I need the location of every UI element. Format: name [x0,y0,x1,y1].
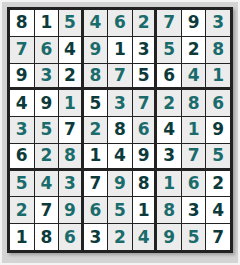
cell-r1c7[interactable]: 7 [157,10,181,36]
cell-r9c3[interactable]: 6 [59,224,83,250]
cell-r5c4[interactable]: 2 [84,117,108,143]
cell-r8c6[interactable]: 1 [133,197,157,223]
cell-r2c1[interactable]: 7 [10,37,34,63]
cell-r8c3[interactable]: 9 [59,197,83,223]
cell-r1c2[interactable]: 1 [35,10,59,36]
cell-r9c1[interactable]: 1 [10,224,34,250]
page-background: 8154627937649135289328756414915372863572… [0,0,240,265]
cell-r9c7[interactable]: 9 [157,224,181,250]
cell-r5c6[interactable]: 6 [133,117,157,143]
cell-r3c4[interactable]: 8 [84,64,108,90]
cell-r2c5[interactable]: 1 [108,37,132,63]
cell-r6c1[interactable]: 6 [10,144,34,170]
cell-r7c2[interactable]: 4 [35,171,59,197]
cell-r1c5[interactable]: 6 [108,10,132,36]
cell-r9c9[interactable]: 7 [206,224,230,250]
cell-r2c7[interactable]: 5 [157,37,181,63]
cell-r3c5[interactable]: 7 [108,64,132,90]
cell-r3c7[interactable]: 6 [157,64,181,90]
cell-r8c2[interactable]: 7 [35,197,59,223]
cell-r4c3[interactable]: 1 [59,90,83,116]
cell-r4c2[interactable]: 9 [35,90,59,116]
cell-r3c8[interactable]: 4 [182,64,206,90]
cell-r1c4[interactable]: 4 [84,10,108,36]
cell-r8c9[interactable]: 4 [206,197,230,223]
cell-r7c8[interactable]: 6 [182,171,206,197]
cell-r6c4[interactable]: 1 [84,144,108,170]
cell-r6c7[interactable]: 3 [157,144,181,170]
cell-r5c5[interactable]: 8 [108,117,132,143]
cell-r2c8[interactable]: 2 [182,37,206,63]
cell-r7c5[interactable]: 9 [108,171,132,197]
cell-r6c9[interactable]: 5 [206,144,230,170]
cell-r4c7[interactable]: 2 [157,90,181,116]
cell-r8c5[interactable]: 5 [108,197,132,223]
cell-r2c4[interactable]: 9 [84,37,108,63]
cell-r3c3[interactable]: 2 [59,64,83,90]
cell-r3c2[interactable]: 3 [35,64,59,90]
sudoku-board: 8154627937649135289328756414915372863572… [7,7,233,253]
cell-r9c6[interactable]: 4 [133,224,157,250]
cell-r9c4[interactable]: 3 [84,224,108,250]
cell-r1c1[interactable]: 8 [10,10,34,36]
cell-r5c7[interactable]: 4 [157,117,181,143]
cell-r4c5[interactable]: 3 [108,90,132,116]
cell-r9c5[interactable]: 2 [108,224,132,250]
cell-r2c3[interactable]: 4 [59,37,83,63]
cell-r4c9[interactable]: 6 [206,90,230,116]
cell-r5c2[interactable]: 5 [35,117,59,143]
cell-r5c9[interactable]: 9 [206,117,230,143]
cell-r5c1[interactable]: 3 [10,117,34,143]
cell-r9c2[interactable]: 8 [35,224,59,250]
cell-r9c8[interactable]: 5 [182,224,206,250]
cell-r6c3[interactable]: 8 [59,144,83,170]
cell-r3c9[interactable]: 1 [206,64,230,90]
cell-r8c8[interactable]: 3 [182,197,206,223]
cell-r1c3[interactable]: 5 [59,10,83,36]
cell-r3c6[interactable]: 5 [133,64,157,90]
cell-r5c8[interactable]: 1 [182,117,206,143]
cell-r7c3[interactable]: 3 [59,171,83,197]
cell-r1c9[interactable]: 3 [206,10,230,36]
cell-r2c6[interactable]: 3 [133,37,157,63]
cell-r3c1[interactable]: 9 [10,64,34,90]
cell-r4c8[interactable]: 8 [182,90,206,116]
cell-r4c4[interactable]: 5 [84,90,108,116]
cell-r2c9[interactable]: 8 [206,37,230,63]
cell-r6c2[interactable]: 2 [35,144,59,170]
cell-r8c1[interactable]: 2 [10,197,34,223]
cell-r1c8[interactable]: 9 [182,10,206,36]
cell-r4c1[interactable]: 4 [10,90,34,116]
cell-r5c3[interactable]: 7 [59,117,83,143]
cell-r8c7[interactable]: 8 [157,197,181,223]
cell-r4c6[interactable]: 7 [133,90,157,116]
cell-r7c7[interactable]: 1 [157,171,181,197]
cell-r7c4[interactable]: 7 [84,171,108,197]
cell-r1c6[interactable]: 2 [133,10,157,36]
cell-r8c4[interactable]: 6 [84,197,108,223]
cell-r6c5[interactable]: 4 [108,144,132,170]
cell-r7c1[interactable]: 5 [10,171,34,197]
cell-r2c2[interactable]: 6 [35,37,59,63]
cell-r7c6[interactable]: 8 [133,171,157,197]
cell-r7c9[interactable]: 2 [206,171,230,197]
cell-r6c6[interactable]: 9 [133,144,157,170]
cell-r6c8[interactable]: 7 [182,144,206,170]
